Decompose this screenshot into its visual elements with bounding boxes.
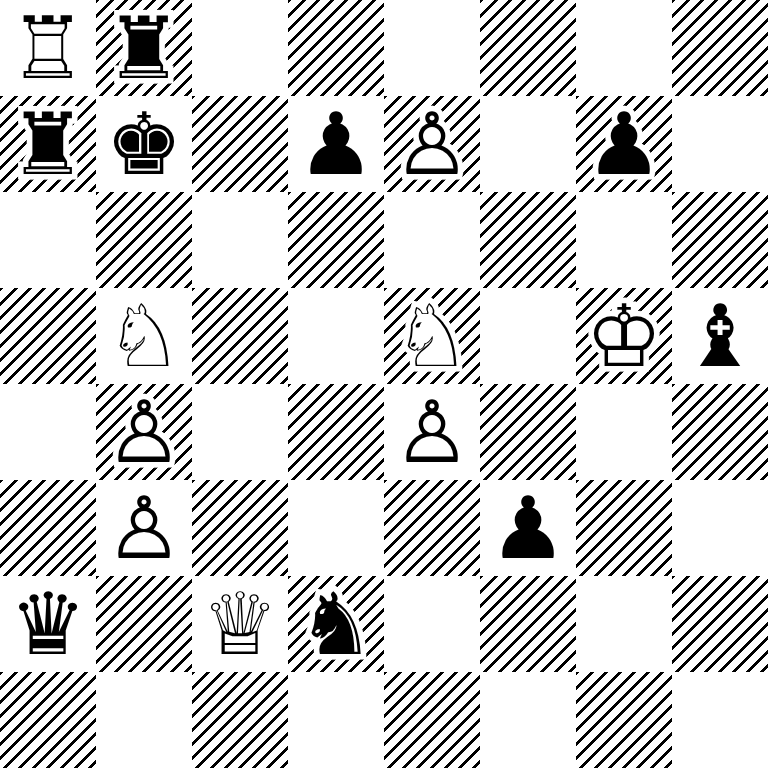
- square-b3[interactable]: ♟♙: [96, 480, 192, 576]
- square-h1[interactable]: [672, 672, 768, 768]
- square-a6[interactable]: [0, 192, 96, 288]
- square-d5[interactable]: [288, 288, 384, 384]
- square-e5[interactable]: ♞♘: [384, 288, 480, 384]
- white-rook-a8[interactable]: ♜♖: [0, 0, 96, 96]
- square-c5[interactable]: [192, 288, 288, 384]
- square-f6[interactable]: [480, 192, 576, 288]
- black-knight-icon: ♞: [288, 576, 384, 672]
- square-d8[interactable]: [288, 0, 384, 96]
- black-bishop-icon: ♝: [672, 288, 768, 384]
- square-h3[interactable]: [672, 480, 768, 576]
- white-king-g5[interactable]: ♚♔: [576, 288, 672, 384]
- black-rook-a7[interactable]: ♜♜: [0, 96, 96, 192]
- square-c7[interactable]: [192, 96, 288, 192]
- chess-board: ♜♖♜♜♜♜♚♚♟♟♟♙♟♟♞♘♞♘♚♔♝♝♟♙♟♙♟♙♟♟♛♛♛♕♞♞: [0, 0, 768, 768]
- black-pawn-icon: ♟: [576, 96, 672, 192]
- square-c1[interactable]: [192, 672, 288, 768]
- square-e1[interactable]: [384, 672, 480, 768]
- black-queen-a2[interactable]: ♛♛: [0, 576, 96, 672]
- white-king-icon: ♔: [576, 288, 672, 384]
- square-e4[interactable]: ♟♙: [384, 384, 480, 480]
- square-b4[interactable]: ♟♙: [96, 384, 192, 480]
- white-knight-e5[interactable]: ♞♘: [384, 288, 480, 384]
- square-e3[interactable]: [384, 480, 480, 576]
- square-b8[interactable]: ♜♜: [96, 0, 192, 96]
- square-h8[interactable]: [672, 0, 768, 96]
- square-b1[interactable]: [96, 672, 192, 768]
- square-f1[interactable]: [480, 672, 576, 768]
- white-pawn-b3[interactable]: ♟♙: [96, 480, 192, 576]
- square-f2[interactable]: [480, 576, 576, 672]
- white-pawn-b4[interactable]: ♟♙: [96, 384, 192, 480]
- white-queen-c2[interactable]: ♛♕: [192, 576, 288, 672]
- square-f3[interactable]: ♟♟: [480, 480, 576, 576]
- white-queen-icon: ♕: [192, 576, 288, 672]
- square-f8[interactable]: [480, 0, 576, 96]
- black-rook-icon: ♜: [96, 0, 192, 96]
- black-rook-b8[interactable]: ♜♜: [96, 0, 192, 96]
- white-knight-icon: ♘: [96, 288, 192, 384]
- white-pawn-icon: ♙: [384, 384, 480, 480]
- square-d7[interactable]: ♟♟: [288, 96, 384, 192]
- square-d2[interactable]: ♞♞: [288, 576, 384, 672]
- square-h2[interactable]: [672, 576, 768, 672]
- square-g3[interactable]: [576, 480, 672, 576]
- chess-board-container: ♜♖♜♜♜♜♚♚♟♟♟♙♟♟♞♘♞♘♚♔♝♝♟♙♟♙♟♙♟♟♛♛♛♕♞♞: [0, 0, 768, 768]
- square-h7[interactable]: [672, 96, 768, 192]
- square-e2[interactable]: [384, 576, 480, 672]
- square-d4[interactable]: [288, 384, 384, 480]
- square-a3[interactable]: [0, 480, 96, 576]
- square-b7[interactable]: ♚♚: [96, 96, 192, 192]
- square-e7[interactable]: ♟♙: [384, 96, 480, 192]
- square-a4[interactable]: [0, 384, 96, 480]
- square-a1[interactable]: [0, 672, 96, 768]
- square-g5[interactable]: ♚♔: [576, 288, 672, 384]
- square-b6[interactable]: [96, 192, 192, 288]
- black-rook-icon: ♜: [0, 96, 96, 192]
- square-f4[interactable]: [480, 384, 576, 480]
- square-g2[interactable]: [576, 576, 672, 672]
- black-pawn-g7[interactable]: ♟♟: [576, 96, 672, 192]
- square-h5[interactable]: ♝♝: [672, 288, 768, 384]
- black-knight-d2[interactable]: ♞♞: [288, 576, 384, 672]
- square-d3[interactable]: [288, 480, 384, 576]
- square-f7[interactable]: [480, 96, 576, 192]
- black-king-b7[interactable]: ♚♚: [96, 96, 192, 192]
- white-pawn-icon: ♙: [96, 384, 192, 480]
- square-b5[interactable]: ♞♘: [96, 288, 192, 384]
- square-g4[interactable]: [576, 384, 672, 480]
- square-c6[interactable]: [192, 192, 288, 288]
- square-g1[interactable]: [576, 672, 672, 768]
- white-pawn-icon: ♙: [96, 480, 192, 576]
- square-g6[interactable]: [576, 192, 672, 288]
- square-g8[interactable]: [576, 0, 672, 96]
- black-bishop-h5[interactable]: ♝♝: [672, 288, 768, 384]
- square-d1[interactable]: [288, 672, 384, 768]
- square-f5[interactable]: [480, 288, 576, 384]
- white-pawn-e7[interactable]: ♟♙: [384, 96, 480, 192]
- square-c8[interactable]: [192, 0, 288, 96]
- square-a8[interactable]: ♜♖: [0, 0, 96, 96]
- square-c4[interactable]: [192, 384, 288, 480]
- white-knight-b5[interactable]: ♞♘: [96, 288, 192, 384]
- square-c3[interactable]: [192, 480, 288, 576]
- square-a5[interactable]: [0, 288, 96, 384]
- black-pawn-f3[interactable]: ♟♟: [480, 480, 576, 576]
- black-queen-icon: ♛: [0, 576, 96, 672]
- white-pawn-e4[interactable]: ♟♙: [384, 384, 480, 480]
- square-e6[interactable]: [384, 192, 480, 288]
- square-d6[interactable]: [288, 192, 384, 288]
- square-b2[interactable]: [96, 576, 192, 672]
- white-rook-icon: ♖: [0, 0, 96, 96]
- square-g7[interactable]: ♟♟: [576, 96, 672, 192]
- square-h6[interactable]: [672, 192, 768, 288]
- square-h4[interactable]: [672, 384, 768, 480]
- black-king-icon: ♚: [96, 96, 192, 192]
- white-pawn-icon: ♙: [384, 96, 480, 192]
- black-pawn-icon: ♟: [480, 480, 576, 576]
- square-a7[interactable]: ♜♜: [0, 96, 96, 192]
- square-c2[interactable]: ♛♕: [192, 576, 288, 672]
- white-knight-icon: ♘: [384, 288, 480, 384]
- square-e8[interactable]: [384, 0, 480, 96]
- square-a2[interactable]: ♛♛: [0, 576, 96, 672]
- black-pawn-icon: ♟: [288, 96, 384, 192]
- black-pawn-d7[interactable]: ♟♟: [288, 96, 384, 192]
